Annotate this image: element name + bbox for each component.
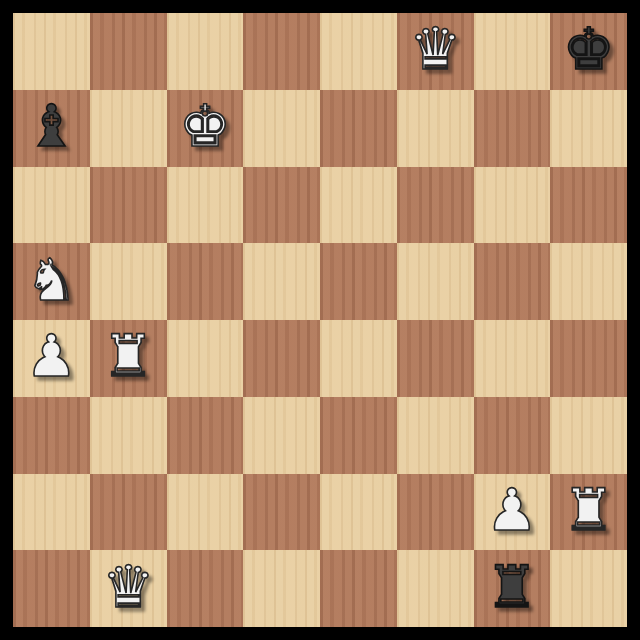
piece-black-king-h8[interactable]: ♚ [563,20,615,78]
square-b2[interactable] [90,474,167,551]
square-a7[interactable]: ♝ [13,90,90,167]
square-g5[interactable] [474,243,551,320]
square-e8[interactable] [320,13,397,90]
square-h6[interactable] [550,167,627,244]
square-h4[interactable] [550,320,627,397]
piece-white-rook-b4[interactable]: ♜ [102,327,154,385]
square-a2[interactable] [13,474,90,551]
square-c5[interactable] [167,243,244,320]
square-c8[interactable] [167,13,244,90]
square-e1[interactable] [320,550,397,627]
square-e3[interactable] [320,397,397,474]
square-e5[interactable] [320,243,397,320]
square-b7[interactable] [90,90,167,167]
piece-white-pawn-a4[interactable]: ♟ [25,327,77,385]
square-c7[interactable]: ♚ [167,90,244,167]
square-c1[interactable] [167,550,244,627]
square-b5[interactable] [90,243,167,320]
square-f5[interactable] [397,243,474,320]
square-f4[interactable] [397,320,474,397]
square-e7[interactable] [320,90,397,167]
square-a5[interactable]: ♞ [13,243,90,320]
square-h8[interactable]: ♚ [550,13,627,90]
square-a4[interactable]: ♟ [13,320,90,397]
square-g2[interactable]: ♟ [474,474,551,551]
square-a1[interactable] [13,550,90,627]
square-h3[interactable] [550,397,627,474]
piece-white-knight-a5[interactable]: ♞ [25,251,77,309]
piece-black-bishop-a7[interactable]: ♝ [25,97,77,155]
square-h7[interactable] [550,90,627,167]
square-h1[interactable] [550,550,627,627]
square-g8[interactable] [474,13,551,90]
square-a8[interactable] [13,13,90,90]
square-d5[interactable] [243,243,320,320]
piece-white-queen-b1[interactable]: ♛ [102,558,154,616]
square-e6[interactable] [320,167,397,244]
square-c4[interactable] [167,320,244,397]
square-b1[interactable]: ♛ [90,550,167,627]
square-c3[interactable] [167,397,244,474]
square-d4[interactable] [243,320,320,397]
square-f6[interactable] [397,167,474,244]
square-f8[interactable]: ♛ [397,13,474,90]
square-g1[interactable]: ♜ [474,550,551,627]
square-b3[interactable] [90,397,167,474]
square-d3[interactable] [243,397,320,474]
square-g7[interactable] [474,90,551,167]
square-f1[interactable] [397,550,474,627]
piece-white-pawn-g2[interactable]: ♟ [486,481,538,539]
square-b6[interactable] [90,167,167,244]
square-a6[interactable] [13,167,90,244]
square-g3[interactable] [474,397,551,474]
piece-white-king-c7[interactable]: ♚ [179,97,231,155]
square-h2[interactable]: ♜ [550,474,627,551]
board-frame: ♛♚♝♚♞♟♜♟♜♛♜ [0,0,640,640]
piece-black-rook-g1[interactable]: ♜ [486,558,538,616]
square-e2[interactable] [320,474,397,551]
square-b4[interactable]: ♜ [90,320,167,397]
square-b8[interactable] [90,13,167,90]
square-g6[interactable] [474,167,551,244]
square-d2[interactable] [243,474,320,551]
square-a3[interactable] [13,397,90,474]
square-f3[interactable] [397,397,474,474]
chess-board: ♛♚♝♚♞♟♜♟♜♛♜ [13,13,627,627]
square-h5[interactable] [550,243,627,320]
piece-white-rook-h2[interactable]: ♜ [563,481,615,539]
square-d6[interactable] [243,167,320,244]
square-g4[interactable] [474,320,551,397]
square-d1[interactable] [243,550,320,627]
square-d8[interactable] [243,13,320,90]
square-c2[interactable] [167,474,244,551]
square-c6[interactable] [167,167,244,244]
square-f2[interactable] [397,474,474,551]
piece-white-queen-f8[interactable]: ♛ [409,20,461,78]
square-f7[interactable] [397,90,474,167]
square-d7[interactable] [243,90,320,167]
square-e4[interactable] [320,320,397,397]
